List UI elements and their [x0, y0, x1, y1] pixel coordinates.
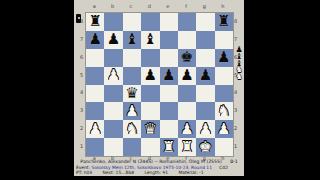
game-result: 0-1 [230, 159, 238, 164]
black-player-rating: (2555) [206, 159, 221, 164]
white-player-rating: (2445) [138, 159, 153, 164]
square-e2[interactable] [160, 120, 178, 138]
square-h6[interactable]: ♟ [215, 49, 233, 67]
piece-white-pawn[interactable]: ♟ [180, 121, 193, 136]
square-e3[interactable] [160, 102, 178, 120]
square-a7[interactable]: ♟ [86, 31, 104, 49]
piece-black-pawn[interactable]: ♟ [199, 68, 212, 83]
square-a8[interactable]: ♜ [86, 13, 104, 31]
file-label-g: g [195, 3, 213, 9]
piece-black-bishop[interactable]: ♝ [125, 32, 138, 47]
file-label-e: e [159, 3, 177, 9]
square-b3[interactable] [104, 102, 122, 120]
square-a1[interactable] [86, 138, 104, 156]
file-label-d: d [140, 3, 158, 9]
square-c1[interactable] [123, 138, 141, 156]
square-c4[interactable]: ♛ [123, 85, 141, 103]
square-h7[interactable] [215, 31, 233, 49]
event-label: Event: [76, 165, 90, 170]
square-c3[interactable]: ♟ [123, 102, 141, 120]
square-b5[interactable]: ♟ [104, 67, 122, 85]
rank-label-5: 5 [79, 66, 84, 84]
file-label-h: h [214, 3, 232, 9]
players-separator: -- [154, 159, 157, 164]
rank-label-2: 2 [79, 119, 84, 137]
square-b1[interactable] [104, 138, 122, 156]
rank-label-3: 3 [79, 101, 84, 119]
square-d1[interactable] [141, 138, 159, 156]
square-d6[interactable] [141, 49, 159, 67]
piece-white-pawn[interactable]: ♟ [217, 121, 230, 136]
square-e6[interactable] [160, 49, 178, 67]
white-player-name: Panchenko, Alexander N [80, 159, 136, 164]
file-label-f: f [177, 3, 195, 9]
square-g8[interactable] [196, 13, 214, 31]
square-b2[interactable] [104, 120, 122, 138]
square-a5[interactable] [86, 67, 104, 85]
square-e1[interactable]: ♜ [160, 138, 178, 156]
piece-white-rook[interactable]: ♜ [180, 139, 193, 154]
captured-pieces-tray: ♟♝♝♞♞ [234, 47, 244, 81]
square-d7[interactable]: ♝ [141, 31, 159, 49]
file-labels-top: abcdefgh [85, 3, 232, 9]
square-g7[interactable] [196, 31, 214, 49]
chess-board: ♜♜♟♟♝♝♚♟♟♟♟♟♟♛♟♞♟♞♛♟♟♟♜♜♚ [85, 12, 234, 157]
square-b8[interactable] [104, 13, 122, 31]
captured-white-knight-icon: ♞ [235, 74, 242, 81]
square-f5[interactable]: ♟ [178, 67, 196, 85]
square-d2[interactable]: ♛ [141, 120, 159, 138]
square-h3[interactable]: ♞ [215, 102, 233, 120]
piece-white-knight[interactable]: ♞ [125, 121, 138, 136]
square-h2[interactable]: ♟ [215, 120, 233, 138]
piece-white-pawn[interactable]: ♟ [107, 68, 120, 83]
square-b7[interactable]: ♟ [104, 31, 122, 49]
square-g4[interactable] [196, 85, 214, 103]
square-h5[interactable] [215, 67, 233, 85]
square-f3[interactable] [178, 102, 196, 120]
square-c8[interactable] [123, 13, 141, 31]
square-c6[interactable] [123, 49, 141, 67]
rank-label-4: 4 [79, 84, 84, 102]
piece-white-knight[interactable]: ♞ [217, 103, 230, 118]
file-label-c: c [122, 3, 140, 9]
square-h8[interactable]: ♜ [215, 13, 233, 31]
black-to-move-indicator [76, 14, 81, 23]
square-e4[interactable] [160, 85, 178, 103]
rank-label-6: 6 [79, 48, 84, 66]
file-label-a: a [85, 3, 103, 9]
square-f7[interactable] [178, 31, 196, 49]
chess-app-window: abcdefgh 87654321 87654321 ♜♜♟♟♝♝♚♟♟♟♟♟♟… [74, 0, 244, 176]
square-a6[interactable] [86, 49, 104, 67]
square-d5[interactable]: ♟ [141, 67, 159, 85]
rank-label-7: 7 [79, 30, 84, 48]
stats-line: PT: h03 Next: 15...Bb8 Length: 91 Materi… [74, 170, 244, 176]
piece-black-pawn[interactable]: ♟ [144, 68, 157, 83]
piece-black-rook[interactable]: ♜ [217, 14, 230, 29]
square-f6[interactable]: ♚ [178, 49, 196, 67]
piece-white-pawn[interactable]: ♟ [88, 121, 101, 136]
square-g2[interactable]: ♟ [196, 120, 214, 138]
square-e7[interactable] [160, 31, 178, 49]
square-e5[interactable]: ♟ [160, 67, 178, 85]
square-b6[interactable] [104, 49, 122, 67]
piece-black-pawn[interactable]: ♟ [162, 68, 175, 83]
square-g1[interactable]: ♚ [196, 138, 214, 156]
stat-length: Length: 91 [144, 170, 168, 175]
stat-next-move: Next: 15...Bb8 [103, 170, 134, 175]
piece-black-queen[interactable]: ♛ [125, 85, 138, 100]
square-c2[interactable]: ♞ [123, 120, 141, 138]
rank-label-1: 1 [79, 137, 84, 155]
piece-black-king[interactable]: ♚ [180, 50, 193, 65]
stat-pt: PT: h03 [76, 170, 92, 175]
square-g5[interactable]: ♟ [196, 67, 214, 85]
piece-black-pawn[interactable]: ♟ [88, 32, 101, 47]
square-g6[interactable] [196, 49, 214, 67]
square-h4[interactable] [215, 85, 233, 103]
piece-white-rook[interactable]: ♜ [162, 139, 175, 154]
piece-black-pawn[interactable]: ♟ [217, 50, 230, 65]
piece-white-king[interactable]: ♚ [199, 139, 212, 154]
square-a3[interactable] [86, 102, 104, 120]
event-value: Sokolsky Mem 12th, Sokolskovo 1975-10-23… [91, 165, 211, 170]
piece-white-pawn[interactable]: ♟ [125, 103, 138, 118]
square-c7[interactable]: ♝ [123, 31, 141, 49]
piece-white-pawn[interactable]: ♟ [199, 121, 212, 136]
square-e8[interactable] [160, 13, 178, 31]
square-f8[interactable] [178, 13, 196, 31]
file-label-b: b [103, 3, 121, 9]
piece-black-rook[interactable]: ♜ [88, 14, 101, 29]
piece-white-queen[interactable]: ♛ [144, 121, 157, 136]
rank-labels-left: 87654321 [79, 12, 84, 155]
square-f1[interactable]: ♜ [178, 138, 196, 156]
square-c5[interactable] [123, 67, 141, 85]
square-a2[interactable]: ♟ [86, 120, 104, 138]
square-a4[interactable] [86, 85, 104, 103]
square-g3[interactable] [196, 102, 214, 120]
square-f2[interactable]: ♟ [178, 120, 196, 138]
piece-black-pawn[interactable]: ♟ [180, 68, 193, 83]
stat-material: Material: -1 [178, 170, 203, 175]
piece-black-pawn[interactable]: ♟ [107, 32, 120, 47]
square-f4[interactable] [178, 85, 196, 103]
square-d8[interactable] [141, 13, 159, 31]
square-h1[interactable] [215, 138, 233, 156]
square-d3[interactable] [141, 102, 159, 120]
black-player-name: Romanishin, Oleg M [159, 159, 205, 164]
piece-black-bishop[interactable]: ♝ [144, 32, 157, 47]
square-d4[interactable] [141, 85, 159, 103]
square-b4[interactable] [104, 85, 122, 103]
game-info-footer: Panchenko, Alexander N (2445) -- Romanis… [74, 157, 244, 176]
video-frame: abcdefgh 87654321 87654321 ♜♜♟♟♝♝♚♟♟♟♟♟♟… [0, 0, 320, 180]
eco-code: C02 [219, 165, 228, 170]
